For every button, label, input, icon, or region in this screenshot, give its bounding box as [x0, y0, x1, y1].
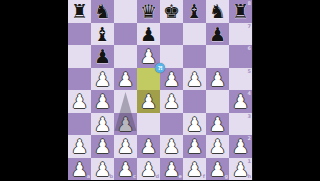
letterbox-left — [0, 0, 68, 180]
piece-white-pawn[interactable]: ♟ — [140, 90, 157, 112]
square-g7[interactable]: ♟ — [206, 23, 229, 46]
square-c5[interactable]: ♟ — [114, 68, 137, 91]
piece-white-pawn[interactable]: ♟ — [186, 68, 203, 90]
square-b3[interactable]: ♟ — [91, 113, 114, 136]
piece-white-pawn[interactable]: ♟ — [94, 113, 111, 135]
square-e8[interactable]: ♚ — [160, 0, 183, 23]
square-f4[interactable] — [183, 90, 206, 113]
piece-white-pawn[interactable]: ♟ — [209, 113, 226, 135]
square-c2[interactable]: ♟ — [114, 135, 137, 158]
square-e6[interactable] — [160, 45, 183, 68]
rank-label: 7 — [248, 24, 251, 29]
square-g4[interactable] — [206, 90, 229, 113]
square-h2[interactable]: ♟2 — [229, 135, 252, 158]
square-c3[interactable]: ♟ — [114, 113, 137, 136]
piece-white-pawn[interactable]: ♟ — [232, 135, 249, 157]
rank-label: 3 — [248, 114, 251, 119]
piece-white-pawn[interactable]: ♟ — [94, 90, 111, 112]
square-d2[interactable]: ♟ — [137, 135, 160, 158]
square-h3[interactable]: 3 — [229, 113, 252, 136]
piece-white-pawn[interactable]: ♟ — [163, 90, 180, 112]
piece-white-pawn[interactable]: ♟ — [163, 158, 180, 180]
square-b5[interactable]: ♟ — [91, 68, 114, 91]
piece-white-pawn[interactable]: ♟ — [117, 113, 134, 135]
piece-black-king[interactable]: ♚ — [163, 0, 180, 22]
square-d7[interactable]: ♟ — [137, 23, 160, 46]
piece-black-rook[interactable]: ♜ — [232, 0, 249, 22]
square-a5[interactable] — [68, 68, 91, 91]
square-e1[interactable]: ♟e — [160, 158, 183, 181]
square-a7[interactable] — [68, 23, 91, 46]
square-a4[interactable]: ♟ — [68, 90, 91, 113]
piece-white-pawn[interactable]: ♟ — [94, 68, 111, 90]
square-h4[interactable]: ♟4 — [229, 90, 252, 113]
piece-black-bishop[interactable]: ♝ — [94, 23, 111, 45]
piece-white-pawn[interactable]: ♟ — [71, 90, 88, 112]
square-b1[interactable]: ♟b — [91, 158, 114, 181]
piece-white-pawn[interactable]: ♟ — [140, 135, 157, 157]
square-d3[interactable] — [137, 113, 160, 136]
square-h5[interactable]: 5 — [229, 68, 252, 91]
piece-white-pawn[interactable]: ♟ — [117, 68, 134, 90]
piece-white-pawn[interactable]: ♟ — [209, 68, 226, 90]
piece-black-pawn[interactable]: ♟ — [94, 45, 111, 67]
square-h7[interactable]: 7 — [229, 23, 252, 46]
square-f7[interactable] — [183, 23, 206, 46]
square-g5[interactable]: ♟ — [206, 68, 229, 91]
piece-black-pawn[interactable]: ♟ — [209, 23, 226, 45]
piece-black-rook[interactable]: ♜ — [71, 0, 88, 22]
square-d1[interactable]: ♟d — [137, 158, 160, 181]
piece-white-pawn[interactable]: ♟ — [186, 135, 203, 157]
square-h1[interactable]: ♟1h — [229, 158, 252, 181]
piece-white-pawn[interactable]: ♟ — [140, 45, 157, 67]
square-c1[interactable]: ♟c — [114, 158, 137, 181]
square-a2[interactable]: ♟ — [68, 135, 91, 158]
square-e4[interactable]: ♟ — [160, 90, 183, 113]
square-f1[interactable]: ♟f — [183, 158, 206, 181]
piece-white-pawn[interactable]: ♟ — [140, 158, 157, 180]
chess-board[interactable]: ♜♞♛♚♝♞♜8♝♟♟7♟♟6♟♟♟♟♟5♟♟♟♟♟4♟♟♟♟3♟♟♟♟♟♟♟♟… — [68, 0, 252, 180]
piece-white-pawn[interactable]: ♟ — [117, 135, 134, 157]
square-b8[interactable]: ♞ — [91, 0, 114, 23]
square-e2[interactable]: ♟ — [160, 135, 183, 158]
piece-white-pawn[interactable]: ♟ — [209, 135, 226, 157]
piece-white-pawn[interactable]: ♟ — [163, 68, 180, 90]
square-d4[interactable]: ♟ — [137, 90, 160, 113]
piece-white-pawn[interactable]: ♟ — [94, 158, 111, 180]
square-a1[interactable]: ♟a — [68, 158, 91, 181]
square-f5[interactable]: ♟ — [183, 68, 206, 91]
piece-white-pawn[interactable]: ♟ — [232, 90, 249, 112]
square-g6[interactable] — [206, 45, 229, 68]
video-frame: ♜♞♛♚♝♞♜8♝♟♟7♟♟6♟♟♟♟♟5♟♟♟♟♟4♟♟♟♟3♟♟♟♟♟♟♟♟… — [0, 0, 320, 180]
square-h8[interactable]: ♜8 — [229, 0, 252, 23]
square-g8[interactable]: ♞ — [206, 0, 229, 23]
square-a8[interactable]: ♜ — [68, 0, 91, 23]
rank-label: 5 — [248, 69, 251, 74]
square-a6[interactable] — [68, 45, 91, 68]
square-a3[interactable] — [68, 113, 91, 136]
square-d6[interactable]: ♟ — [137, 45, 160, 68]
piece-white-pawn[interactable]: ♟ — [186, 158, 203, 180]
piece-white-pawn[interactable]: ♟ — [186, 113, 203, 135]
piece-white-pawn[interactable]: ♟ — [209, 158, 226, 180]
square-g1[interactable]: ♟g — [206, 158, 229, 181]
piece-black-bishop[interactable]: ♝ — [186, 0, 203, 22]
square-b4[interactable]: ♟ — [91, 90, 114, 113]
square-b6[interactable]: ♟ — [91, 45, 114, 68]
rank-label: 6 — [248, 46, 251, 51]
square-c6[interactable] — [114, 45, 137, 68]
piece-black-knight[interactable]: ♞ — [209, 0, 226, 22]
square-f8[interactable]: ♝ — [183, 0, 206, 23]
square-e3[interactable] — [160, 113, 183, 136]
square-c4[interactable] — [114, 90, 137, 113]
file-label: f — [203, 174, 205, 179]
piece-white-pawn[interactable]: ♟ — [232, 158, 249, 180]
square-h6[interactable]: 6 — [229, 45, 252, 68]
square-g3[interactable]: ♟ — [206, 113, 229, 136]
piece-white-pawn[interactable]: ♟ — [71, 158, 88, 180]
square-b2[interactable]: ♟ — [91, 135, 114, 158]
piece-black-knight[interactable]: ♞ — [94, 0, 111, 22]
piece-black-queen[interactable]: ♛ — [140, 0, 157, 22]
square-c7[interactable] — [114, 23, 137, 46]
piece-white-pawn[interactable]: ♟ — [94, 135, 111, 157]
piece-black-pawn[interactable]: ♟ — [140, 23, 157, 45]
square-d8[interactable]: ♛ — [137, 0, 160, 23]
piece-white-pawn[interactable]: ♟ — [163, 135, 180, 157]
piece-white-pawn[interactable]: ♟ — [71, 135, 88, 157]
square-b7[interactable]: ♝ — [91, 23, 114, 46]
square-f6[interactable] — [183, 45, 206, 68]
letterbox-right — [252, 0, 320, 180]
square-d5[interactable] — [137, 68, 160, 91]
square-g2[interactable]: ♟ — [206, 135, 229, 158]
square-f2[interactable]: ♟ — [183, 135, 206, 158]
square-c8[interactable] — [114, 0, 137, 23]
piece-white-pawn[interactable]: ♟ — [117, 158, 134, 180]
square-e7[interactable] — [160, 23, 183, 46]
square-e5[interactable]: ♟ — [160, 68, 183, 91]
square-f3[interactable]: ♟ — [183, 113, 206, 136]
